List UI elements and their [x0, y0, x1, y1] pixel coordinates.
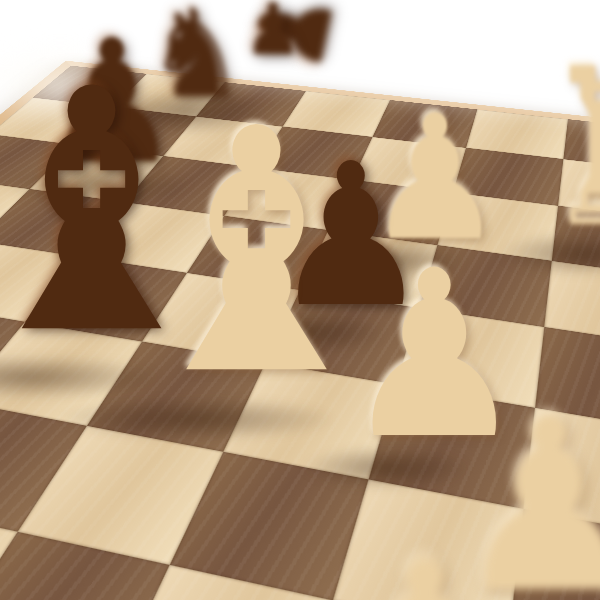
white-pawn-c3-shadow [299, 445, 473, 491]
white-bishop-e4: ♝ [122, 86, 328, 422]
white-bishop-e4-shadow [53, 396, 341, 442]
black-knight-g8: ♞ [130, 0, 262, 115]
white-rook-b6: ♜ [538, 40, 600, 257]
white-pawn-c1: ♟ [320, 526, 462, 600]
chess-product-photo: ♝♟♞♟♟♝♟♟♜♟♟♟ [0, 0, 600, 600]
white-rook-b6-shadow [495, 231, 600, 277]
black-pawn-g6: ♟ [42, 18, 182, 188]
black-knight-g8-shadow [94, 89, 279, 135]
white-pawn-d6-shadow [335, 238, 467, 284]
white-pawn-c3: ♟ [342, 240, 466, 471]
black-fallen-piece: ♟ [236, 0, 352, 95]
white-pawn-d6: ♟ [366, 92, 460, 264]
white-pawn-b2: ♟ [453, 386, 583, 600]
black-pawn-d4: ♟ [272, 138, 380, 335]
pieces-layer: ♝♟♞♟♟♝♟♟♜♟♟♟ [0, 0, 600, 600]
black-bishop-f3-shadow [0, 354, 168, 400]
black-pawn-d4-shadow [236, 309, 387, 355]
black-pawn-f8: ♟ [240, 0, 306, 66]
black-pawn-g6-shadow [0, 162, 196, 208]
black-bishop-f3: ♝ [0, 46, 158, 380]
